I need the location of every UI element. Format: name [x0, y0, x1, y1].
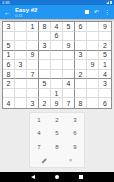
nav-back-icon[interactable] — [31, 175, 35, 179]
sudoku-cell-r3c2[interactable] — [15, 41, 27, 51]
nav-home-icon[interactable] — [55, 175, 59, 179]
sudoku-cell-r6c4[interactable] — [39, 70, 51, 80]
sudoku-cell-r8c7[interactable] — [75, 89, 87, 99]
sudoku-cell-r1c1[interactable]: 3 — [3, 22, 15, 32]
sudoku-cell-r5c4[interactable] — [39, 60, 51, 70]
numpad-button-4[interactable]: 4 — [30, 127, 48, 141]
overflow-menu-icon[interactable]: ⋮ — [104, 9, 110, 15]
title-block: Easy #2 0:11 — [15, 7, 85, 18]
sudoku-cell-r1c5[interactable]: 4 — [51, 22, 63, 32]
sudoku-cell-r2c5[interactable]: 6 — [51, 32, 63, 42]
sudoku-cell-r3c1[interactable]: 5 — [3, 41, 15, 51]
sudoku-cell-r9c1[interactable]: 4 — [3, 98, 15, 108]
numpad-button-6[interactable]: 6 — [66, 127, 84, 141]
numpad-bottom-row: × — [30, 154, 84, 168]
sudoku-cell-r4c4[interactable] — [39, 51, 51, 61]
sudoku-app-screen: 1:35 ← Easy #2 0:11 ↶ ⋮ 3184569653921935… — [0, 0, 114, 182]
sudoku-cell-r2c7[interactable] — [75, 32, 87, 42]
sudoku-cell-r5c5[interactable] — [51, 60, 63, 70]
sudoku-cell-r2c3[interactable] — [27, 32, 39, 42]
sudoku-cell-r4c8[interactable] — [87, 51, 99, 61]
sudoku-cell-r3c6[interactable]: 9 — [63, 41, 75, 51]
sudoku-cell-r5c7[interactable] — [75, 60, 87, 70]
sudoku-cell-r8c9[interactable] — [99, 89, 111, 99]
sudoku-cell-r5c6[interactable] — [63, 60, 75, 70]
pencil-mode-button[interactable] — [30, 154, 57, 168]
sudoku-cell-r6c5[interactable] — [51, 70, 63, 80]
sudoku-cell-r4c7[interactable]: 3 — [75, 51, 87, 61]
sudoku-cell-r2c8[interactable] — [87, 32, 99, 42]
sudoku-cell-r4c5[interactable] — [51, 51, 63, 61]
sudoku-cell-r1c9[interactable]: 9 — [99, 22, 111, 32]
sudoku-cell-r7c8[interactable] — [87, 79, 99, 89]
sudoku-cell-r3c7[interactable] — [75, 41, 87, 51]
sudoku-cell-r7c1[interactable]: 2 — [3, 79, 15, 89]
number-pad: 1 2 3 4 5 6 7 8 9 × — [29, 112, 85, 168]
sudoku-cell-r9c5[interactable]: 9 — [51, 98, 63, 108]
pencil-icon — [41, 158, 46, 163]
sudoku-cell-r1c8[interactable] — [87, 22, 99, 32]
app-bar-actions: ↶ ⋮ — [85, 9, 110, 15]
sudoku-cell-r8c3[interactable] — [27, 89, 39, 99]
numpad-button-5[interactable]: 5 — [48, 127, 66, 141]
android-nav-bar — [0, 172, 114, 182]
sudoku-cell-r2c2[interactable] — [15, 32, 27, 42]
sudoku-cell-r1c3[interactable]: 1 — [27, 22, 39, 32]
sudoku-cell-r1c2[interactable] — [15, 22, 27, 32]
sudoku-cell-r4c2[interactable] — [15, 51, 27, 61]
signal-icon — [106, 1, 109, 4]
sudoku-cell-r7c2[interactable] — [15, 79, 27, 89]
battery-icon — [110, 1, 112, 4]
sudoku-cell-r3c9[interactable]: 2 — [99, 41, 111, 51]
numpad-button-8[interactable]: 8 — [48, 140, 66, 154]
sudoku-cell-r9c8[interactable] — [87, 98, 99, 108]
nav-recents-icon[interactable] — [79, 175, 83, 179]
sudoku-cell-r5c8[interactable]: 9 — [87, 60, 99, 70]
sudoku-cell-r7c6[interactable]: 4 — [63, 79, 75, 89]
sudoku-cell-r1c7[interactable]: 6 — [75, 22, 87, 32]
sudoku-cell-r7c7[interactable] — [75, 79, 87, 89]
numpad-button-2[interactable]: 2 — [48, 113, 66, 127]
sudoku-cell-r5c1[interactable]: 6 — [3, 60, 15, 70]
sudoku-cell-r2c9[interactable] — [99, 32, 111, 42]
sudoku-cell-r3c5[interactable] — [51, 41, 63, 51]
numpad-button-3[interactable]: 3 — [66, 113, 84, 127]
sudoku-cell-r6c7[interactable]: 2 — [75, 70, 87, 80]
sudoku-cell-r9c6[interactable]: 7 — [63, 98, 75, 108]
sudoku-cell-r9c3[interactable]: 3 — [27, 98, 39, 108]
sudoku-cell-r3c4[interactable]: 3 — [39, 41, 51, 51]
sudoku-cell-r5c2[interactable]: 3 — [15, 60, 27, 70]
sudoku-cell-r2c1[interactable] — [3, 32, 15, 42]
sudoku-cell-r7c4[interactable]: 5 — [39, 79, 51, 89]
sudoku-cell-r6c8[interactable] — [87, 70, 99, 80]
sudoku-cell-r9c9[interactable]: 6 — [99, 98, 111, 108]
sudoku-cell-r2c4[interactable] — [39, 32, 51, 42]
undo-icon[interactable]: ↶ — [94, 9, 99, 15]
sudoku-board: 318456965392193563918724254314329786 — [2, 21, 112, 109]
sudoku-cell-r7c9[interactable]: 3 — [99, 79, 111, 89]
sudoku-cell-r1c4[interactable]: 8 — [39, 22, 51, 32]
sudoku-cell-r6c9[interactable]: 4 — [99, 70, 111, 80]
numpad-button-1[interactable]: 1 — [30, 113, 48, 127]
sudoku-cell-r6c6[interactable] — [63, 70, 75, 80]
app-bar: ← Easy #2 0:11 ↶ ⋮ — [0, 5, 114, 19]
sudoku-cell-r9c7[interactable]: 8 — [75, 98, 87, 108]
timer-subtitle: 0:11 — [15, 14, 85, 18]
pause-icon[interactable] — [85, 10, 89, 14]
sudoku-cell-r1c6[interactable]: 5 — [63, 22, 75, 32]
numpad-button-7[interactable]: 7 — [30, 140, 48, 154]
numpad-button-9[interactable]: 9 — [66, 140, 84, 154]
sudoku-cell-r5c9[interactable]: 1 — [99, 60, 111, 70]
sudoku-cell-r3c8[interactable] — [87, 41, 99, 51]
sudoku-cell-r3c3[interactable] — [27, 41, 39, 51]
sudoku-cell-r8c2[interactable] — [15, 89, 27, 99]
sudoku-cell-r4c9[interactable]: 5 — [99, 51, 111, 61]
sudoku-cell-r8c1[interactable] — [3, 89, 15, 99]
sudoku-cell-r7c3[interactable] — [27, 79, 39, 89]
sudoku-cell-r4c3[interactable]: 9 — [27, 51, 39, 61]
sudoku-cell-r6c3[interactable]: 7 — [27, 70, 39, 80]
sudoku-cell-r8c4[interactable] — [39, 89, 51, 99]
sudoku-cell-r7c5[interactable] — [51, 79, 63, 89]
sudoku-cell-r2c6[interactable] — [63, 32, 75, 42]
sudoku-cell-r4c6[interactable] — [63, 51, 75, 61]
sudoku-cell-r8c6[interactable] — [63, 89, 75, 99]
sudoku-cell-r5c3[interactable] — [27, 60, 39, 70]
sudoku-cell-r6c2[interactable] — [15, 70, 27, 80]
page-title: Easy #2 — [15, 7, 85, 13]
clear-cell-button[interactable]: × — [57, 154, 84, 168]
sudoku-cell-r6c1[interactable]: 8 — [3, 70, 15, 80]
sudoku-cell-r8c8[interactable] — [87, 89, 99, 99]
sudoku-cell-r4c1[interactable]: 1 — [3, 51, 15, 61]
sudoku-cell-r8c5[interactable]: 1 — [51, 89, 63, 99]
sudoku-cell-r9c2[interactable] — [15, 98, 27, 108]
back-arrow-icon[interactable]: ← — [4, 9, 11, 16]
sudoku-cell-r9c4[interactable]: 2 — [39, 98, 51, 108]
